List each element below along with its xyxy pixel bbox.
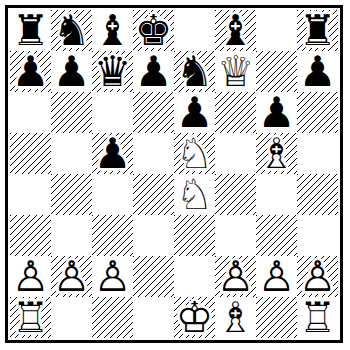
black-queen-icon: ♛: [92, 51, 133, 92]
square-g7[interactable]: [256, 51, 297, 92]
piece-halo: ♚: [133, 10, 174, 51]
square-b5[interactable]: [51, 133, 92, 174]
square-a6[interactable]: [10, 92, 51, 133]
piece-halo: ♞: [174, 133, 215, 174]
chess-board: ♜♜♞♞♝♝♚♚♝♝♜♜♟♟♟♟♛♛♟♟♞♞♛♕♟♟♟♟♟♟♟♟♞♘♝♗♞♘♟♙…: [10, 10, 338, 338]
square-d1[interactable]: [133, 297, 174, 338]
square-d8[interactable]: ♚♚: [133, 10, 174, 51]
black-king-icon: ♚: [133, 10, 174, 51]
square-c4[interactable]: [92, 174, 133, 215]
square-g8[interactable]: [256, 10, 297, 51]
square-g4[interactable]: [256, 174, 297, 215]
black-pawn-icon: ♟: [92, 133, 133, 174]
piece-halo: ♝: [215, 10, 256, 51]
piece-halo: ♝: [92, 10, 133, 51]
piece-halo: ♝: [256, 133, 297, 174]
square-e2[interactable]: [174, 256, 215, 297]
piece-halo: ♟: [297, 51, 338, 92]
white-knight-icon: ♘: [174, 174, 215, 215]
square-h4[interactable]: [297, 174, 338, 215]
black-pawn-icon: ♟: [51, 51, 92, 92]
piece-halo: ♝: [215, 297, 256, 338]
black-bishop-icon: ♝: [215, 10, 256, 51]
square-a4[interactable]: [10, 174, 51, 215]
square-a1[interactable]: ♜♖: [10, 297, 51, 338]
square-c3[interactable]: [92, 215, 133, 256]
square-g5[interactable]: ♝♗: [256, 133, 297, 174]
chess-diagram: ♜♜♞♞♝♝♚♚♝♝♜♜♟♟♟♟♛♛♟♟♞♞♛♕♟♟♟♟♟♟♟♟♞♘♝♗♞♘♟♙…: [0, 0, 350, 350]
white-bishop-icon: ♗: [256, 133, 297, 174]
square-d3[interactable]: [133, 215, 174, 256]
piece-halo: ♟: [10, 256, 51, 297]
square-a3[interactable]: [10, 215, 51, 256]
piece-halo: ♜: [297, 10, 338, 51]
piece-halo: ♛: [215, 51, 256, 92]
square-g2[interactable]: ♟♙: [256, 256, 297, 297]
black-knight-icon: ♞: [174, 51, 215, 92]
square-e4[interactable]: ♞♘: [174, 174, 215, 215]
square-c2[interactable]: ♟♙: [92, 256, 133, 297]
black-pawn-icon: ♟: [10, 51, 51, 92]
square-c8[interactable]: ♝♝: [92, 10, 133, 51]
square-a5[interactable]: [10, 133, 51, 174]
square-b3[interactable]: [51, 215, 92, 256]
square-f8[interactable]: ♝♝: [215, 10, 256, 51]
white-knight-icon: ♘: [174, 133, 215, 174]
square-d7[interactable]: ♟♟: [133, 51, 174, 92]
piece-halo: ♞: [51, 10, 92, 51]
piece-halo: ♛: [92, 51, 133, 92]
white-king-icon: ♔: [174, 297, 215, 338]
black-rook-icon: ♜: [297, 10, 338, 51]
white-pawn-icon: ♙: [51, 256, 92, 297]
black-bishop-icon: ♝: [92, 10, 133, 51]
piece-halo: ♞: [174, 174, 215, 215]
square-h8[interactable]: ♜♜: [297, 10, 338, 51]
piece-halo: ♚: [174, 297, 215, 338]
white-rook-icon: ♖: [297, 297, 338, 338]
square-e1[interactable]: ♚♔: [174, 297, 215, 338]
piece-halo: ♟: [256, 92, 297, 133]
square-a2[interactable]: ♟♙: [10, 256, 51, 297]
square-e7[interactable]: ♞♞: [174, 51, 215, 92]
piece-halo: ♟: [51, 256, 92, 297]
square-h1[interactable]: ♜♖: [297, 297, 338, 338]
black-pawn-icon: ♟: [256, 92, 297, 133]
square-f6[interactable]: [215, 92, 256, 133]
piece-halo: ♟: [51, 51, 92, 92]
square-c7[interactable]: ♛♛: [92, 51, 133, 92]
white-pawn-icon: ♙: [215, 256, 256, 297]
square-b6[interactable]: [51, 92, 92, 133]
black-knight-icon: ♞: [51, 10, 92, 51]
square-g6[interactable]: ♟♟: [256, 92, 297, 133]
square-b8[interactable]: ♞♞: [51, 10, 92, 51]
piece-halo: ♜: [297, 297, 338, 338]
piece-halo: ♟: [256, 256, 297, 297]
piece-halo: ♟: [133, 51, 174, 92]
square-g1[interactable]: [256, 297, 297, 338]
square-h6[interactable]: [297, 92, 338, 133]
square-b7[interactable]: ♟♟: [51, 51, 92, 92]
square-e3[interactable]: [174, 215, 215, 256]
piece-halo: ♞: [174, 51, 215, 92]
square-f2[interactable]: ♟♙: [215, 256, 256, 297]
square-f1[interactable]: ♝♗: [215, 297, 256, 338]
piece-halo: ♟: [297, 256, 338, 297]
square-b2[interactable]: ♟♙: [51, 256, 92, 297]
white-pawn-icon: ♙: [10, 256, 51, 297]
square-f7[interactable]: ♛♕: [215, 51, 256, 92]
square-d5[interactable]: [133, 133, 174, 174]
square-f5[interactable]: [215, 133, 256, 174]
black-pawn-icon: ♟: [133, 51, 174, 92]
white-pawn-icon: ♙: [256, 256, 297, 297]
piece-halo: ♟: [92, 133, 133, 174]
white-pawn-icon: ♙: [297, 256, 338, 297]
square-d2[interactable]: [133, 256, 174, 297]
square-b1[interactable]: [51, 297, 92, 338]
black-pawn-icon: ♟: [174, 92, 215, 133]
square-b4[interactable]: [51, 174, 92, 215]
square-f4[interactable]: [215, 174, 256, 215]
black-rook-icon: ♜: [10, 10, 51, 51]
piece-halo: ♟: [10, 51, 51, 92]
square-f3[interactable]: [215, 215, 256, 256]
square-c6[interactable]: [92, 92, 133, 133]
square-c5[interactable]: ♟♟: [92, 133, 133, 174]
piece-halo: ♜: [10, 297, 51, 338]
black-pawn-icon: ♟: [297, 51, 338, 92]
white-bishop-icon: ♗: [215, 297, 256, 338]
square-h3[interactable]: [297, 215, 338, 256]
square-d6[interactable]: [133, 92, 174, 133]
square-h5[interactable]: [297, 133, 338, 174]
square-g3[interactable]: [256, 215, 297, 256]
white-pawn-icon: ♙: [92, 256, 133, 297]
square-d4[interactable]: [133, 174, 174, 215]
piece-halo: ♟: [215, 256, 256, 297]
piece-halo: ♟: [92, 256, 133, 297]
white-queen-icon: ♕: [215, 51, 256, 92]
piece-halo: ♜: [10, 10, 51, 51]
square-h2[interactable]: ♟♙: [297, 256, 338, 297]
board-frame: ♜♜♞♞♝♝♚♚♝♝♜♜♟♟♟♟♛♛♟♟♞♞♛♕♟♟♟♟♟♟♟♟♞♘♝♗♞♘♟♙…: [5, 5, 343, 343]
square-a7[interactable]: ♟♟: [10, 51, 51, 92]
square-a8[interactable]: ♜♜: [10, 10, 51, 51]
square-c1[interactable]: [92, 297, 133, 338]
square-e5[interactable]: ♞♘: [174, 133, 215, 174]
square-e6[interactable]: ♟♟: [174, 92, 215, 133]
piece-halo: ♟: [174, 92, 215, 133]
square-e8[interactable]: [174, 10, 215, 51]
white-rook-icon: ♖: [10, 297, 51, 338]
square-h7[interactable]: ♟♟: [297, 51, 338, 92]
